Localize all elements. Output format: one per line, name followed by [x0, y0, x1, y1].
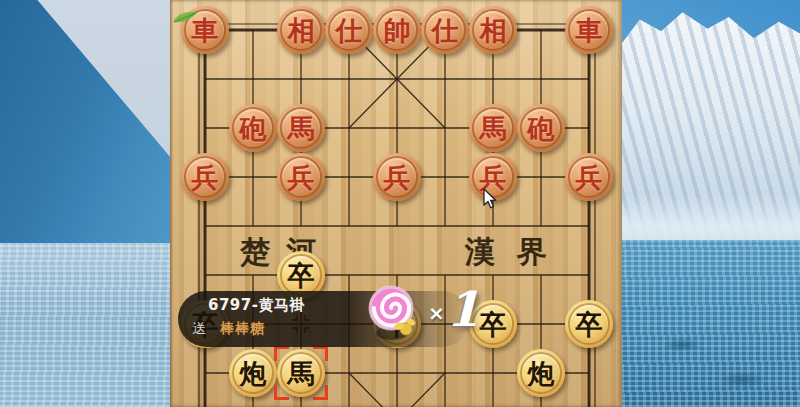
- background-lake-photo-left: [0, 0, 170, 407]
- piece-red-砲-r2c1[interactable]: 砲: [229, 104, 277, 152]
- piece-black-炮-r7c1[interactable]: 炮: [229, 349, 277, 397]
- piece-red-兵-r3c2[interactable]: 兵: [277, 153, 325, 201]
- piece-red-馬-r2c2[interactable]: 馬: [277, 104, 325, 152]
- piece-black-炮-r7c7[interactable]: 炮: [517, 349, 565, 397]
- piece-red-仕-r0c5[interactable]: 仕: [421, 6, 469, 54]
- piece-red-兵-r3c0[interactable]: 兵: [181, 153, 229, 201]
- background-lake-photo-right: [622, 0, 800, 407]
- piece-red-帥-r0c4[interactable]: 帥: [373, 6, 421, 54]
- lollipop-candy-icon: [366, 283, 422, 343]
- piece-red-相-r0c2[interactable]: 相: [277, 6, 325, 54]
- lake-water-right: [622, 240, 800, 407]
- piece-black-卒-r6c8[interactable]: 卒: [565, 300, 613, 348]
- gift-toast: 6797-黄马褂 送棒棒糖: [178, 291, 470, 347]
- mouse-cursor: [482, 188, 500, 212]
- piece-red-車-r0c8[interactable]: 車: [565, 6, 613, 54]
- piece-red-兵-r3c4[interactable]: 兵: [373, 153, 421, 201]
- gift-sender-name: 6797-黄马褂: [208, 296, 305, 315]
- piece-black-馬-r7c2[interactable]: 馬: [277, 349, 325, 397]
- gift-name: 棒棒糖: [220, 320, 265, 336]
- lake-water-left: [0, 243, 170, 407]
- gift-multiplier-sign: ×: [428, 301, 445, 325]
- blue-mountain: [0, 0, 170, 245]
- game-screen: 楚河 漢界 車相仕帥仕相車砲馬馬砲兵兵兵兵兵卒卒卒卒卒炮馬炮 6797-黄马褂 …: [0, 0, 800, 407]
- piece-red-相-r0c6[interactable]: 相: [469, 6, 517, 54]
- piece-red-砲-r2c7[interactable]: 砲: [517, 104, 565, 152]
- gift-multiplier-value: 1: [446, 281, 479, 337]
- piece-red-馬-r2c6[interactable]: 馬: [469, 104, 517, 152]
- river-label-han-jie: 漢界: [465, 232, 569, 273]
- gift-verb: 送: [192, 320, 206, 336]
- piece-red-兵-r3c8[interactable]: 兵: [565, 153, 613, 201]
- piece-red-仕-r0c3[interactable]: 仕: [325, 6, 373, 54]
- gift-toast-line2: 送棒棒糖: [192, 320, 265, 338]
- green-leaf-icon: [170, 7, 202, 29]
